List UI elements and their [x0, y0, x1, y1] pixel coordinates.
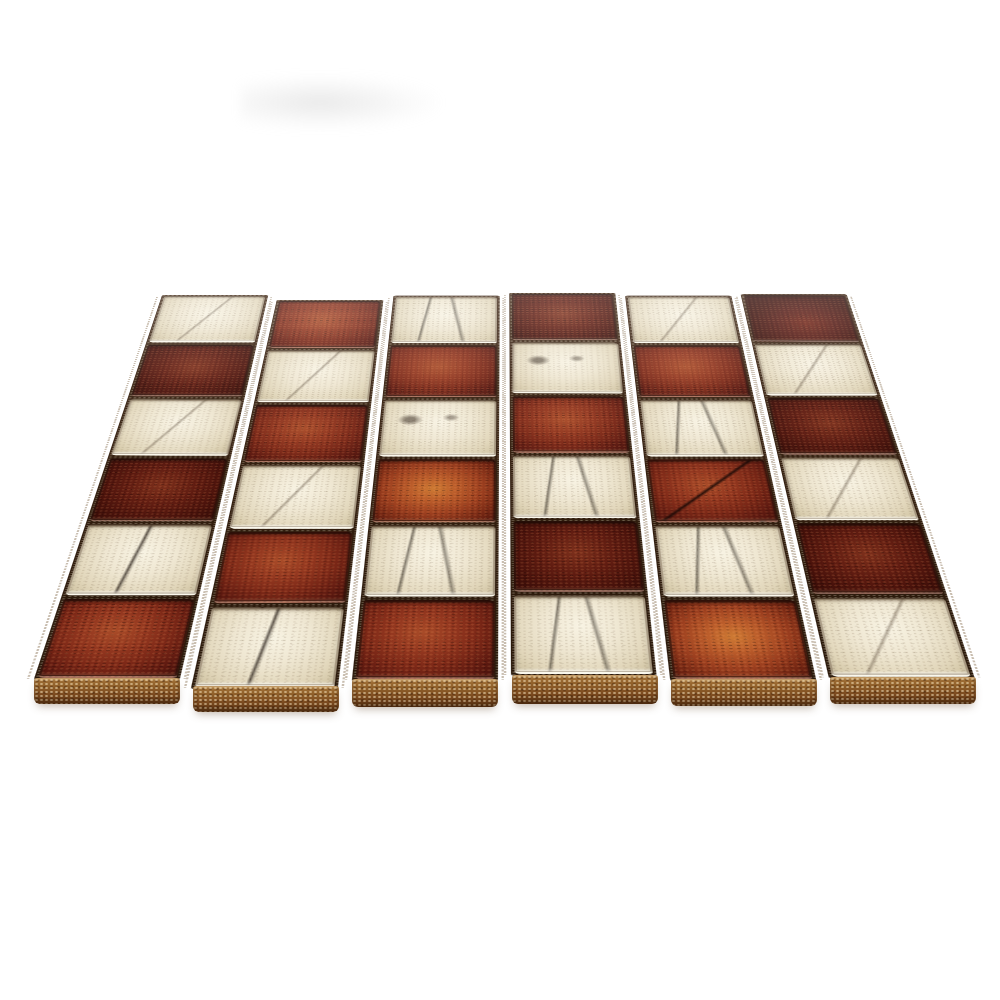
tile-r3c2-red [244, 405, 368, 462]
tile-r6c2-cream [195, 607, 344, 687]
tile-clay-base-col3 [352, 679, 498, 707]
tile-r2c6-cream [755, 344, 878, 395]
tile-r5c2-red [214, 532, 353, 604]
background-smudge [240, 75, 440, 130]
tile-r3c4-red [513, 396, 630, 453]
tile-r4c6-cream [781, 457, 919, 520]
tile-r1c5-cream [628, 297, 739, 344]
tile-clay-base-col2 [193, 686, 339, 712]
tile-r1c2-red [269, 301, 381, 348]
tile-r6c1-red [38, 599, 195, 678]
tile-r5c3-cream [364, 526, 495, 597]
tile-r1c3-cream [391, 297, 497, 344]
tile-r1c4-red [512, 294, 618, 341]
tile-r3c1-cream [111, 399, 242, 456]
tile-r2c1-red [131, 345, 254, 396]
product-photo-scene [0, 0, 1000, 1000]
tile-r4c1-red [90, 458, 228, 521]
tile-r3c5-cream [640, 400, 764, 457]
tile-r4c5-red [647, 459, 779, 523]
tile-r6c6-cream [814, 598, 971, 677]
tile-r4c3-red [372, 459, 496, 522]
tile-r6c5-red [664, 600, 812, 679]
tile-clay-base-col5 [671, 679, 817, 706]
tile-r2c3-red [385, 346, 496, 397]
tile-r1c1-cream [149, 296, 266, 343]
tile-r2c4-cream [512, 342, 623, 393]
mosaic-board [34, 295, 976, 680]
tile-r2c5-red [634, 346, 751, 397]
tile-r5c5-cream [655, 526, 794, 597]
tile-r1c6-red [744, 295, 860, 342]
tile-r4c2-cream [229, 465, 361, 529]
tile-r5c6-red [796, 524, 943, 594]
tile-clay-base-col6 [830, 677, 976, 704]
tile-r6c4-cream [514, 595, 653, 674]
tile-clay-base-col1 [34, 678, 180, 704]
tile-r6c3-red [356, 600, 495, 679]
tile-r3c6-red [767, 398, 897, 455]
tile-r4c4-cream [513, 456, 636, 519]
tile-r5c4-red [513, 521, 644, 591]
tile-r2c2-cream [257, 350, 375, 402]
page: { "game": "checkerboard (6x6 ceramic mos… [0, 0, 1000, 1000]
tile-r5c1-cream [65, 525, 212, 596]
tile-r3c3-cream [379, 400, 496, 457]
